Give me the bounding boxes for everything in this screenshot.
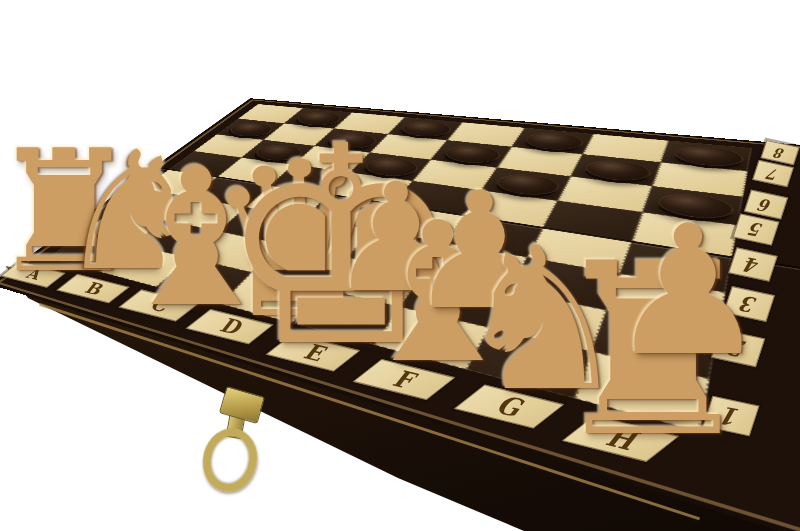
chess-set-product-photo: ABCDEFGH12345678 ♜♞♝♛♚♟♝♟♞♜♟ xyxy=(0,0,800,531)
white-pawn-h2[interactable]: ♟ xyxy=(608,202,768,381)
latch-ring-icon[interactable] xyxy=(197,423,263,497)
